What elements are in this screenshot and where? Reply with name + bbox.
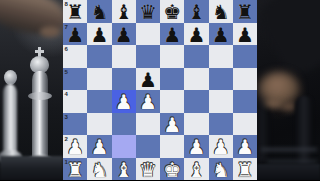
black-pawn-g7[interactable]: ♟	[212, 24, 230, 44]
square-f4[interactable]	[184, 90, 208, 113]
square-b1[interactable]: ♞	[87, 158, 111, 181]
chess-board[interactable]: 8♜♞♝♛♚♝♞♜7♟♟♟♟♟♟♟65♟4♟♟3♟2♟♟♟♟♟1♜♞♝♛♚♝♞♜	[63, 0, 257, 180]
silver-king-cross	[35, 50, 44, 53]
square-a7[interactable]: 7♟	[63, 23, 87, 46]
square-b5[interactable]	[87, 68, 111, 91]
white-knight-g1[interactable]: ♞	[212, 159, 230, 179]
square-c1[interactable]: ♝	[112, 158, 136, 181]
white-pawn-e3[interactable]: ♟	[163, 114, 181, 134]
square-a2[interactable]: 2♟	[63, 135, 87, 158]
rank-label-5: 5	[65, 68, 68, 76]
square-e4[interactable]	[160, 90, 184, 113]
video-frame: 8♜♞♝♛♚♝♞♜7♟♟♟♟♟♟♟65♟4♟♟3♟2♟♟♟♟♟1♜♞♝♛♚♝♞♜	[0, 0, 320, 180]
black-pawn-e7[interactable]: ♟	[163, 24, 181, 44]
black-pawn-d5[interactable]: ♟	[139, 69, 157, 89]
square-g2[interactable]: ♟	[209, 135, 233, 158]
square-d4[interactable]: ♟	[136, 90, 160, 113]
photo-left-strip	[0, 0, 64, 180]
square-f5[interactable]	[184, 68, 208, 91]
black-pawn-a7[interactable]: ♟	[66, 24, 84, 44]
square-c6[interactable]	[112, 45, 136, 68]
dark-sleeve-arm	[257, 0, 320, 80]
square-c2[interactable]	[112, 135, 136, 158]
square-a6[interactable]: 6	[63, 45, 87, 68]
square-d6[interactable]	[136, 45, 160, 68]
square-d7[interactable]	[136, 23, 160, 46]
square-h3[interactable]	[233, 113, 257, 136]
square-d1[interactable]: ♛	[136, 158, 160, 181]
square-a1[interactable]: 1♜	[63, 158, 87, 181]
square-h7[interactable]: ♟	[233, 23, 257, 46]
square-b2[interactable]: ♟	[87, 135, 111, 158]
table-surface	[0, 156, 63, 180]
square-d3[interactable]	[136, 113, 160, 136]
square-h2[interactable]: ♟	[233, 135, 257, 158]
black-pawn-c7[interactable]: ♟	[115, 24, 133, 44]
square-a8[interactable]: 8♜	[63, 0, 87, 23]
silver-bishop-head	[4, 70, 17, 85]
rank-label-6: 6	[65, 45, 68, 53]
square-b4[interactable]	[87, 90, 111, 113]
white-pawn-d4[interactable]: ♟	[139, 92, 157, 112]
square-b3[interactable]	[87, 113, 111, 136]
square-h5[interactable]	[233, 68, 257, 91]
square-f8[interactable]: ♝	[184, 0, 208, 23]
black-knight-g8[interactable]: ♞	[212, 2, 230, 22]
opponent-finger	[281, 102, 296, 111]
white-pawn-a2[interactable]: ♟	[66, 137, 84, 157]
photo-right-strip	[257, 0, 320, 180]
black-pawn-b7[interactable]: ♟	[90, 24, 108, 44]
white-rook-h1[interactable]: ♜	[236, 159, 254, 179]
square-c7[interactable]: ♟	[112, 23, 136, 46]
white-pawn-c4[interactable]: ♟	[115, 92, 133, 112]
square-c5[interactable]	[112, 68, 136, 91]
square-e1[interactable]: ♚	[160, 158, 184, 181]
black-knight-b8[interactable]: ♞	[90, 2, 108, 22]
square-a4[interactable]: 4	[63, 90, 87, 113]
white-pawn-b2[interactable]: ♟	[90, 137, 108, 157]
black-king-e8[interactable]: ♚	[163, 2, 181, 22]
black-rook-a8[interactable]: ♜	[66, 2, 84, 22]
square-b8[interactable]: ♞	[87, 0, 111, 23]
black-rook-h8[interactable]: ♜	[236, 2, 254, 22]
square-e8[interactable]: ♚	[160, 0, 184, 23]
silver-bishop-body	[3, 84, 17, 160]
square-b6[interactable]	[87, 45, 111, 68]
square-g1[interactable]: ♞	[209, 158, 233, 181]
black-pawn-h7[interactable]: ♟	[236, 24, 254, 44]
square-f1[interactable]: ♝	[184, 158, 208, 181]
square-d8[interactable]: ♛	[136, 0, 160, 23]
square-a3[interactable]: 3	[63, 113, 87, 136]
white-queen-d1[interactable]: ♛	[139, 159, 157, 179]
square-e3[interactable]: ♟	[160, 113, 184, 136]
square-e6[interactable]	[160, 45, 184, 68]
square-g8[interactable]: ♞	[209, 0, 233, 23]
black-bishop-c8[interactable]: ♝	[115, 2, 133, 22]
square-g6[interactable]	[209, 45, 233, 68]
square-f7[interactable]: ♟	[184, 23, 208, 46]
square-g7[interactable]: ♟	[209, 23, 233, 46]
black-pawn-f7[interactable]: ♟	[187, 24, 205, 44]
square-g5[interactable]	[209, 68, 233, 91]
rank-label-3: 3	[65, 113, 68, 121]
white-king-e1[interactable]: ♚	[163, 159, 181, 179]
square-h6[interactable]	[233, 45, 257, 68]
square-c8[interactable]: ♝	[112, 0, 136, 23]
square-f2[interactable]: ♟	[184, 135, 208, 158]
rank-label-4: 4	[65, 90, 68, 98]
square-g3[interactable]	[209, 113, 233, 136]
square-d5[interactable]: ♟	[136, 68, 160, 91]
white-pawn-h2[interactable]: ♟	[236, 137, 254, 157]
square-f6[interactable]	[184, 45, 208, 68]
black-bishop-f8[interactable]: ♝	[187, 2, 205, 22]
player-finger	[40, 26, 60, 37]
table-reflection	[261, 148, 317, 151]
square-e7[interactable]: ♟	[160, 23, 184, 46]
square-b7[interactable]: ♟	[87, 23, 111, 46]
silver-king-collar	[28, 92, 52, 100]
square-a5[interactable]: 5	[63, 68, 87, 91]
square-f3[interactable]	[184, 113, 208, 136]
square-d2[interactable]	[136, 135, 160, 158]
white-knight-b1[interactable]: ♞	[90, 159, 108, 179]
square-c3[interactable]	[112, 113, 136, 136]
table-reflection	[267, 160, 317, 163]
white-rook-a1[interactable]: ♜	[66, 159, 84, 179]
white-pawn-g2[interactable]: ♟	[212, 137, 230, 157]
table-surface	[257, 164, 320, 180]
square-g4[interactable]	[209, 90, 233, 113]
white-bishop-f1[interactable]: ♝	[187, 159, 205, 179]
square-h1[interactable]: ♜	[233, 158, 257, 181]
square-h4[interactable]	[233, 90, 257, 113]
white-bishop-c1[interactable]: ♝	[115, 159, 133, 179]
white-pawn-f2[interactable]: ♟	[187, 137, 205, 157]
square-c4[interactable]: ♟	[112, 90, 136, 113]
dark-chess-piece	[295, 96, 313, 164]
square-h8[interactable]: ♜	[233, 0, 257, 23]
black-queen-d8[interactable]: ♛	[139, 2, 157, 22]
square-e5[interactable]	[160, 68, 184, 91]
silver-king-body	[32, 71, 48, 159]
square-e2[interactable]	[160, 135, 184, 158]
